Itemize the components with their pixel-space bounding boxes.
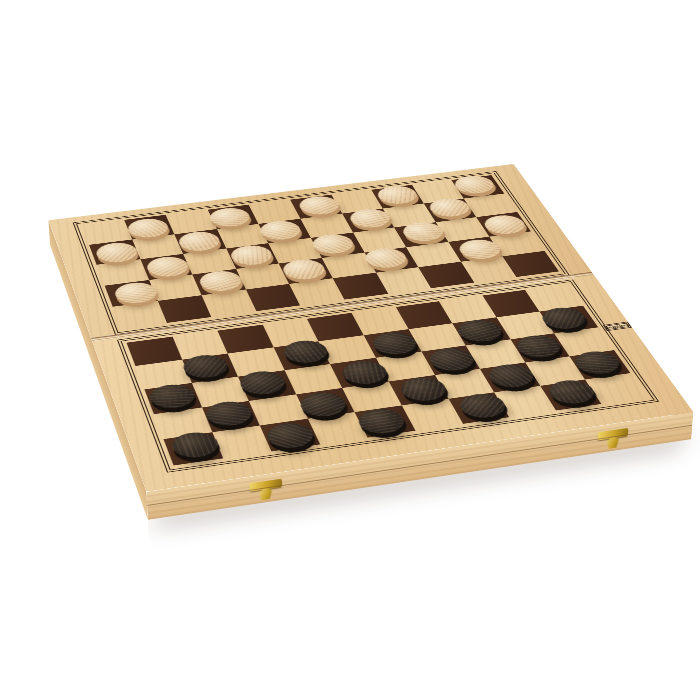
- light-square: [402, 399, 463, 431]
- dark-square: [144, 383, 201, 414]
- dark-square: [540, 305, 599, 333]
- clasp-left-icon: [249, 479, 282, 492]
- dark-square: [238, 370, 296, 400]
- light-square: [466, 339, 525, 368]
- dark-square: [307, 313, 363, 341]
- light-square: [525, 356, 585, 386]
- light-square: [308, 412, 368, 444]
- dark-piece: [203, 399, 257, 428]
- dark-piece: [354, 407, 410, 436]
- dark-square: [202, 401, 260, 433]
- light-square: [319, 335, 376, 364]
- dark-square: [421, 346, 480, 375]
- light-square: [154, 407, 212, 439]
- light-square: [192, 377, 249, 408]
- dark-piece: [453, 318, 506, 344]
- dark-square: [364, 329, 422, 358]
- dark-piece: [295, 390, 349, 419]
- dark-piece: [180, 353, 232, 380]
- dark-square: [273, 341, 330, 370]
- dark-square: [296, 388, 355, 419]
- light-square: [352, 307, 409, 335]
- light-square: [249, 394, 308, 425]
- dark-square: [260, 419, 320, 451]
- light-square: [435, 369, 495, 399]
- dark-piece: [569, 349, 625, 376]
- dark-square: [540, 380, 602, 411]
- light-piece: [227, 243, 276, 267]
- dark-piece: [368, 330, 421, 357]
- dark-piece: [455, 391, 511, 420]
- dark-square: [182, 353, 238, 383]
- light-square: [494, 386, 555, 417]
- light-square: [343, 381, 402, 412]
- brand-stamp: Jeujura: [603, 322, 632, 331]
- dark-piece: [279, 339, 331, 366]
- dark-square: [218, 325, 274, 354]
- clasp-right-icon: [598, 428, 629, 441]
- light-square: [263, 319, 319, 347]
- light-square: [284, 364, 342, 394]
- dark-square: [126, 337, 181, 366]
- dark-square: [570, 350, 631, 380]
- board-top-half: [48, 164, 591, 338]
- product-photo-scene: Jeujura: [0, 0, 700, 700]
- dark-square: [164, 432, 223, 465]
- dark-piece: [396, 375, 451, 403]
- light-square: [212, 426, 272, 459]
- light-square: [135, 360, 191, 390]
- light-square: [228, 347, 285, 377]
- dark-piece: [236, 369, 289, 397]
- light-square: [408, 323, 466, 352]
- dark-square: [330, 358, 388, 388]
- dark-piece: [483, 362, 538, 390]
- dark-square: [389, 375, 449, 406]
- dark-square: [452, 317, 510, 345]
- light-square: [496, 311, 554, 339]
- brand-stamp-label: Jeujura: [604, 323, 631, 329]
- dark-square: [510, 333, 569, 362]
- light-square: [172, 331, 228, 360]
- light-square: [586, 373, 648, 404]
- dark-square: [448, 393, 509, 424]
- dark-piece: [146, 382, 199, 410]
- light-square: [555, 327, 615, 356]
- dark-piece: [263, 421, 318, 451]
- dark-square: [355, 406, 415, 438]
- dark-piece: [537, 306, 591, 332]
- dark-piece: [543, 378, 600, 406]
- dark-piece: [425, 346, 479, 373]
- dark-square: [480, 362, 540, 392]
- dark-piece: [338, 359, 392, 387]
- dark-piece: [511, 333, 566, 360]
- light-square: [376, 352, 435, 382]
- dark-piece: [168, 430, 222, 460]
- draughts-board: Jeujura: [48, 164, 693, 492]
